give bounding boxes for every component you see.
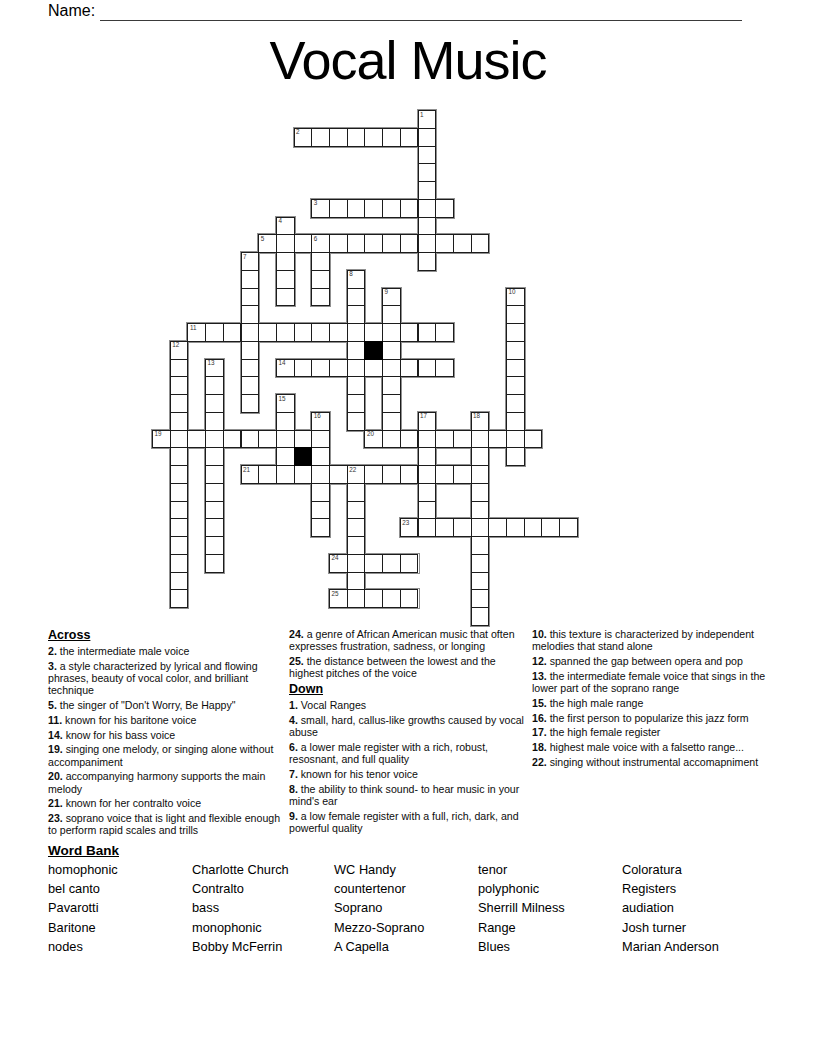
grid-cell-r25c10[interactable]: 24	[329, 554, 348, 573]
clue-a11: 11. known for his baritone voice	[48, 714, 284, 726]
grid-cell-r10c9[interactable]	[311, 288, 330, 307]
grid-cell-r22c18[interactable]	[471, 501, 490, 520]
grid-cell-r20c5[interactable]: 21	[241, 465, 260, 484]
clue-number: 17.	[532, 726, 547, 738]
grid-cell-r23c17[interactable]	[453, 518, 472, 537]
word-bank-word: monophonic	[192, 918, 334, 937]
grid-cell-r7c15[interactable]	[418, 234, 437, 253]
grid-cell-r14c14[interactable]	[400, 359, 419, 378]
grid-cell-r6c15[interactable]	[418, 217, 437, 236]
crossword-grid: 1234567891011121314151617181920212223242…	[152, 110, 578, 626]
grid-cell-r14c15[interactable]	[418, 359, 437, 378]
clue-d6: 6. a lower male register with a rich, ro…	[289, 741, 529, 765]
grid-cell-r20c13[interactable]	[382, 465, 401, 484]
grid-cell-r16c11[interactable]	[347, 394, 366, 413]
word-bank-word: polyphonic	[478, 879, 622, 898]
grid-cell-r11c5[interactable]	[241, 305, 260, 324]
cell-number-14: 14	[278, 360, 285, 367]
clue-d22: 22. singing without instrumental accomap…	[532, 756, 772, 768]
clue-number: 16.	[532, 712, 547, 724]
grid-cell-r2c15[interactable]	[418, 146, 437, 165]
grid-cell-r25c1[interactable]	[170, 554, 189, 573]
clue-number: 19.	[48, 743, 63, 755]
grid-cell-r23c23[interactable]	[559, 518, 578, 537]
clue-number: 24.	[289, 628, 304, 640]
grid-cell-r15c3[interactable]	[205, 376, 224, 395]
word-bank-word: Mezzo-Soprano	[334, 918, 478, 937]
grid-cell-r17c20[interactable]	[506, 412, 525, 431]
grid-cell-r15c13[interactable]	[382, 376, 401, 395]
word-bank-column: WC HandycountertenorSopranoMezzo-Soprano…	[334, 860, 478, 956]
grid-cell-r17c7[interactable]	[276, 412, 295, 431]
cell-number-25: 25	[332, 591, 339, 598]
grid-cell-r24c3[interactable]	[205, 536, 224, 555]
cell-number-11: 11	[190, 325, 197, 332]
grid-cell-r27c1[interactable]	[170, 589, 189, 608]
grid-cell-r20c3[interactable]	[205, 465, 224, 484]
grid-cell-r20c9[interactable]	[311, 465, 330, 484]
grid-cell-r12c9[interactable]	[311, 323, 330, 342]
word-bank-word: bass	[192, 898, 334, 917]
cell-number-12: 12	[172, 342, 179, 349]
grid-cell-r19c20[interactable]	[506, 447, 525, 466]
grid-cell-r19c7[interactable]	[276, 447, 295, 466]
grid-cell-r22c3[interactable]	[205, 501, 224, 520]
grid-cell-r19c9[interactable]	[311, 447, 330, 466]
grid-cell-r26c18[interactable]	[471, 572, 490, 591]
word-bank-word: Bobby McFerrin	[192, 937, 334, 956]
clue-number: 6.	[289, 741, 298, 753]
clue-number: 12.	[532, 655, 547, 667]
grid-cell-r18c15[interactable]	[418, 430, 437, 449]
grid-cell-r19c15[interactable]	[418, 447, 437, 466]
clue-number: 5.	[48, 699, 57, 711]
word-bank-word: Charlotte Church	[192, 860, 334, 879]
word-bank-word: bel canto	[48, 879, 192, 898]
grid-cell-r12c7[interactable]	[276, 323, 295, 342]
grid-cell-r20c10[interactable]	[329, 465, 348, 484]
grid-cell-r26c1[interactable]	[170, 572, 189, 591]
grid-cell-r25c14[interactable]	[400, 554, 419, 573]
word-bank-column: homophonicbel cantoPavarottiBaritonenode…	[48, 860, 192, 956]
grid-cell-r5c14[interactable]	[400, 199, 419, 218]
grid-cell-r18c19[interactable]	[488, 430, 507, 449]
grid-cell-r12c20[interactable]	[506, 323, 525, 342]
grid-cell-r22c9[interactable]	[311, 501, 330, 520]
grid-cell-r12c2[interactable]: 11	[187, 323, 206, 342]
grid-cell-r18c0[interactable]: 19	[152, 430, 171, 449]
grid-cell-r17c18[interactable]: 18	[471, 412, 490, 431]
clue-d18: 18. highest male voice with a falsetto r…	[532, 741, 772, 753]
grid-cell-r11c13[interactable]	[382, 305, 401, 324]
grid-cell-r18c1[interactable]	[170, 430, 189, 449]
grid-cell-r25c18[interactable]	[471, 554, 490, 573]
grid-cell-r12c3[interactable]	[205, 323, 224, 342]
grid-cell-r20c12[interactable]	[364, 465, 383, 484]
grid-cell-r10c20[interactable]: 10	[506, 288, 525, 307]
cell-number-8: 8	[349, 271, 353, 278]
cell-number-2: 2	[296, 129, 300, 136]
word-bank-word: WC Handy	[334, 860, 478, 879]
clue-number: 7.	[289, 768, 298, 780]
clue-number: 3.	[48, 660, 57, 672]
grid-cell-r19c1[interactable]	[170, 447, 189, 466]
grid-cell-r18c18[interactable]	[471, 430, 490, 449]
grid-cell-r26c11[interactable]	[347, 572, 366, 591]
word-bank-heading: Word Bank	[48, 843, 119, 858]
word-bank-word: homophonic	[48, 860, 192, 879]
word-bank-word: nodes	[48, 937, 192, 956]
grid-cell-r7c18[interactable]	[471, 234, 490, 253]
grid-cell-r25c13[interactable]	[382, 554, 401, 573]
clue-d7: 7. known for his tenor voice	[289, 768, 529, 780]
grid-cell-r16c13[interactable]	[382, 394, 401, 413]
cell-number-13: 13	[208, 360, 215, 367]
name-blank-line	[100, 20, 742, 21]
clue-column-middle: 24. a genre of African American music th…	[289, 628, 529, 837]
grid-cell-r23c15[interactable]	[418, 518, 437, 537]
grid-cell-r20c14[interactable]	[400, 465, 419, 484]
grid-cell-r24c11[interactable]	[347, 536, 366, 555]
grid-cell-r8c5[interactable]: 7	[241, 252, 260, 271]
cell-number-10: 10	[509, 289, 516, 296]
cell-number-20: 20	[367, 431, 374, 438]
grid-cell-r10c7[interactable]	[276, 288, 295, 307]
grid-cell-r12c13[interactable]	[382, 323, 401, 342]
grid-cell-r7c11[interactable]	[347, 234, 366, 253]
word-bank-word: Blues	[478, 937, 622, 956]
grid-cell-r16c20[interactable]	[506, 394, 525, 413]
grid-cell-r3c15[interactable]	[418, 163, 437, 182]
grid-cell-r1c10[interactable]	[329, 128, 348, 147]
cell-number-15: 15	[278, 396, 285, 403]
clue-d13: 13. the intermediate female voice that s…	[532, 670, 772, 694]
grid-cell-r17c1[interactable]	[170, 412, 189, 431]
grid-cell-r9c11[interactable]: 8	[347, 270, 366, 289]
grid-cell-r20c6[interactable]	[258, 465, 277, 484]
grid-cell-r1c13[interactable]	[382, 128, 401, 147]
cell-number-4: 4	[278, 218, 282, 225]
grid-cell-r27c12[interactable]	[364, 589, 383, 608]
grid-cell-r18c16[interactable]	[435, 430, 454, 449]
grid-cell-r12c14[interactable]	[400, 323, 419, 342]
grid-cell-r18c9[interactable]	[311, 430, 330, 449]
grid-cell-r7c14[interactable]	[400, 234, 419, 253]
grid-cell-r12c10[interactable]	[329, 323, 348, 342]
grid-cell-r7c10[interactable]	[329, 234, 348, 253]
grid-cell-r12c11[interactable]	[347, 323, 366, 342]
grid-cell-r18c3[interactable]	[205, 430, 224, 449]
grid-cell-r23c11[interactable]	[347, 518, 366, 537]
cell-number-19: 19	[155, 431, 162, 438]
grid-cell-r12c15[interactable]	[418, 323, 437, 342]
clue-number: 22.	[532, 756, 547, 768]
grid-cell-r5c10[interactable]	[329, 199, 348, 218]
grid-cell-r17c3[interactable]	[205, 412, 224, 431]
word-bank-column: Charlotte ChurchContraltobassmonophonicB…	[192, 860, 334, 956]
grid-cell-r13c11[interactable]	[347, 341, 366, 360]
grid-cell-r7c17[interactable]	[453, 234, 472, 253]
grid-cell-r25c11[interactable]	[347, 554, 366, 573]
grid-cell-r23c19[interactable]	[488, 518, 507, 537]
cell-number-9: 9	[385, 289, 389, 296]
grid-cell-r15c1[interactable]	[170, 376, 189, 395]
grid-cell-r24c18[interactable]	[471, 536, 490, 555]
grid-cell-r27c14[interactable]	[400, 589, 419, 608]
grid-cell-r14c12[interactable]	[364, 359, 383, 378]
grid-cell-r18c5[interactable]	[241, 430, 260, 449]
cell-number-23: 23	[402, 520, 409, 527]
grid-cell-r21c3[interactable]	[205, 483, 224, 502]
grid-cell-r23c14[interactable]: 23	[400, 518, 419, 537]
grid-cell-r7c12[interactable]	[364, 234, 383, 253]
grid-cell-r1c9[interactable]	[311, 128, 330, 147]
grid-cell-r18c17[interactable]	[453, 430, 472, 449]
grid-cell-r5c13[interactable]	[382, 199, 401, 218]
word-bank-column: ColoraturaRegistersaudiationJosh turnerM…	[622, 860, 772, 956]
grid-cell-r17c9[interactable]: 16	[311, 412, 330, 431]
grid-cell-r21c18[interactable]	[471, 483, 490, 502]
grid-cell-r25c12[interactable]	[364, 554, 383, 573]
grid-cell-r23c18[interactable]	[471, 518, 490, 537]
cell-number-24: 24	[332, 555, 339, 562]
word-bank-word: Coloratura	[622, 860, 772, 879]
cell-number-18: 18	[473, 413, 480, 420]
grid-cell-r8c15[interactable]	[418, 252, 437, 271]
grid-cell-r17c13[interactable]	[382, 412, 401, 431]
clue-number: 8.	[289, 783, 298, 795]
cell-number-3: 3	[314, 200, 318, 207]
grid-cell-r1c12[interactable]	[364, 128, 383, 147]
grid-cell-r25c3[interactable]	[205, 554, 224, 573]
grid-cell-r5c11[interactable]	[347, 199, 366, 218]
grid-cell-r13c13[interactable]	[382, 341, 401, 360]
grid-cell-r23c20[interactable]	[506, 518, 525, 537]
grid-cell-r18c6[interactable]	[258, 430, 277, 449]
clue-d9: 9. a low female register with a full, ri…	[289, 810, 529, 834]
grid-cell-r21c1[interactable]	[170, 483, 189, 502]
grid-cell-r5c12[interactable]	[364, 199, 383, 218]
word-bank-word: Sherrill Milness	[478, 898, 622, 917]
grid-cell-r15c5[interactable]	[241, 376, 260, 395]
cell-number-16: 16	[314, 413, 321, 420]
grid-cell-r1c14[interactable]	[400, 128, 419, 147]
clue-number: 2.	[48, 645, 57, 657]
grid-cell-r14c8[interactable]	[294, 359, 313, 378]
grid-cell-r18c4[interactable]	[223, 430, 242, 449]
clues-heading-down: Down	[289, 682, 529, 696]
grid-cell-r20c11[interactable]: 22	[347, 465, 366, 484]
grid-cell-r14c7[interactable]: 14	[276, 359, 295, 378]
clue-a19: 19. singing one melody, or singing alone…	[48, 743, 284, 767]
grid-cell-r9c5[interactable]	[241, 270, 260, 289]
grid-cell-r12c5[interactable]	[241, 323, 260, 342]
cell-number-22: 22	[349, 467, 356, 474]
grid-cell-r27c13[interactable]	[382, 589, 401, 608]
grid-cell-r22c15[interactable]	[418, 501, 437, 520]
grid-cell-r5c9[interactable]: 3	[311, 199, 330, 218]
grid-cell-r9c9[interactable]	[311, 270, 330, 289]
grid-cell-r5c15[interactable]	[418, 199, 437, 218]
grid-cell-r27c18[interactable]	[471, 589, 490, 608]
grid-cell-r14c13[interactable]	[382, 359, 401, 378]
grid-cell-r18c13[interactable]	[382, 430, 401, 449]
name-label: Name:	[48, 2, 95, 20]
grid-cell-r13c1[interactable]: 12	[170, 341, 189, 360]
clue-a14: 14. know for his bass voice	[48, 729, 284, 741]
grid-cell-r10c5[interactable]	[241, 288, 260, 307]
grid-cell-r14c10[interactable]	[329, 359, 348, 378]
grid-cell-r10c13[interactable]: 9	[382, 288, 401, 307]
grid-cell-r1c11[interactable]	[347, 128, 366, 147]
clue-number: 14.	[48, 729, 63, 741]
grid-cell-r19c18[interactable]	[471, 447, 490, 466]
grid-cell-r18c12[interactable]: 20	[364, 430, 383, 449]
grid-cell-r20c18[interactable]	[471, 465, 490, 484]
grid-cell-r28c18[interactable]	[471, 607, 490, 626]
grid-cell-r23c16[interactable]	[435, 518, 454, 537]
grid-cell-r0c15[interactable]: 1	[418, 110, 437, 129]
clue-number: 18.	[532, 741, 547, 753]
grid-cell-r22c11[interactable]	[347, 501, 366, 520]
grid-cell-r16c1[interactable]	[170, 394, 189, 413]
word-bank-word: Pavarotti	[48, 898, 192, 917]
worksheet-page: Name: Vocal Music 1234567891011121314151…	[0, 0, 816, 1056]
grid-cell-r20c1[interactable]	[170, 465, 189, 484]
grid-cell-r15c11[interactable]	[347, 376, 366, 395]
grid-cell-r20c16[interactable]	[435, 465, 454, 484]
grid-cell-r23c21[interactable]	[524, 518, 543, 537]
grid-cell-r1c15[interactable]	[418, 128, 437, 147]
grid-cell-r7c7[interactable]	[276, 234, 295, 253]
grid-cell-r20c17[interactable]	[453, 465, 472, 484]
grid-cell-r10c11[interactable]	[347, 288, 366, 307]
grid-cell-r16c5[interactable]	[241, 394, 260, 413]
clue-d15: 15. the high male range	[532, 697, 772, 709]
clue-a25: 25. the distance between the lowest and …	[289, 655, 529, 679]
grid-cell-r13c20[interactable]	[506, 341, 525, 360]
grid-cell-r13c5[interactable]	[241, 341, 260, 360]
clue-d8: 8. the ability to think sound- to hear m…	[289, 783, 529, 807]
grid-cell-r11c11[interactable]	[347, 305, 366, 324]
clues-heading-across: Across	[48, 628, 284, 642]
cell-number-6: 6	[314, 236, 318, 243]
clue-d12: 12. spanned the gap between opera and po…	[532, 655, 772, 667]
grid-cell-r7c9[interactable]: 6	[311, 234, 330, 253]
grid-cell-r15c20[interactable]	[506, 376, 525, 395]
grid-cell-r21c11[interactable]	[347, 483, 366, 502]
grid-cell-r20c8[interactable]	[294, 465, 313, 484]
grid-cell-r8c7[interactable]	[276, 252, 295, 271]
grid-cell-r11c20[interactable]	[506, 305, 525, 324]
grid-cell-r23c3[interactable]	[205, 518, 224, 537]
grid-cell-r18c14[interactable]	[400, 430, 419, 449]
grid-cell-r20c15[interactable]	[418, 465, 437, 484]
grid-cell-r14c20[interactable]	[506, 359, 525, 378]
word-bank-word: Marian Anderson	[622, 937, 772, 956]
grid-cell-r7c16[interactable]	[435, 234, 454, 253]
word-bank-column: tenorpolyphonicSherrill MilnessRangeBlue…	[478, 860, 622, 956]
clue-number: 9.	[289, 810, 298, 822]
cell-number-7: 7	[243, 254, 247, 261]
word-bank-word: Registers	[622, 879, 772, 898]
clue-number: 23.	[48, 812, 63, 824]
word-bank-word: Range	[478, 918, 622, 937]
grid-cell-r12c4[interactable]	[223, 323, 242, 342]
grid-cell-r16c7[interactable]: 15	[276, 394, 295, 413]
grid-cell-r14c11[interactable]	[347, 359, 366, 378]
grid-cell-r20c7[interactable]	[276, 465, 295, 484]
grid-cell-r12c16[interactable]	[435, 323, 454, 342]
black-cell	[364, 341, 383, 360]
grid-cell-r18c7[interactable]	[276, 430, 295, 449]
grid-cell-r6c7[interactable]: 4	[276, 217, 295, 236]
grid-cell-r21c15[interactable]	[418, 483, 437, 502]
grid-cell-r18c20[interactable]	[506, 430, 525, 449]
clue-a24: 24. a genre of African American music th…	[289, 628, 529, 652]
grid-cell-r4c15[interactable]	[418, 181, 437, 200]
grid-cell-r14c1[interactable]	[170, 359, 189, 378]
grid-cell-r5c16[interactable]	[435, 199, 454, 218]
clue-a5: 5. the singer of "Don't Worry, Be Happy"	[48, 699, 284, 711]
clue-number: 15.	[532, 697, 547, 709]
grid-cell-r9c7[interactable]	[276, 270, 295, 289]
grid-cell-r12c12[interactable]	[364, 323, 383, 342]
grid-cell-r17c15[interactable]: 17	[418, 412, 437, 431]
grid-cell-r19c3[interactable]	[205, 447, 224, 466]
black-cell	[294, 447, 313, 466]
grid-cell-r16c3[interactable]	[205, 394, 224, 413]
grid-cell-r14c16[interactable]	[435, 359, 454, 378]
word-bank-word: tenor	[478, 860, 622, 879]
clue-a20: 20. accompanying harmony supports the ma…	[48, 770, 284, 794]
grid-cell-r23c22[interactable]	[541, 518, 560, 537]
clue-d1: 1. Vocal Ranges	[289, 699, 529, 711]
grid-cell-r23c9[interactable]	[311, 518, 330, 537]
grid-cell-r7c8[interactable]	[294, 234, 313, 253]
grid-cell-r18c8[interactable]	[294, 430, 313, 449]
grid-cell-r7c6[interactable]: 5	[258, 234, 277, 253]
word-bank-word: countertenor	[334, 879, 478, 898]
grid-cell-r21c9[interactable]	[311, 483, 330, 502]
word-bank-word: Contralto	[192, 879, 334, 898]
grid-cell-r8c9[interactable]	[311, 252, 330, 271]
grid-cell-r14c5[interactable]	[241, 359, 260, 378]
grid-cell-r14c9[interactable]	[311, 359, 330, 378]
page-title: Vocal Music	[0, 33, 816, 87]
grid-cell-r22c1[interactable]	[170, 501, 189, 520]
word-bank-word: A Capella	[334, 937, 478, 956]
grid-cell-r17c11[interactable]	[347, 412, 366, 431]
grid-cell-r12c6[interactable]	[258, 323, 277, 342]
grid-cell-r27c10[interactable]: 25	[329, 589, 348, 608]
clue-a23: 23. soprano voice that is light and flex…	[48, 812, 284, 836]
grid-cell-r7c13[interactable]	[382, 234, 401, 253]
grid-cell-r23c1[interactable]	[170, 518, 189, 537]
grid-cell-r27c11[interactable]	[347, 589, 366, 608]
grid-cell-r12c8[interactable]	[294, 323, 313, 342]
grid-cell-r14c3[interactable]: 13	[205, 359, 224, 378]
clue-column-left: Across2. the intermediate male voice3. a…	[48, 628, 284, 839]
clue-number: 20.	[48, 770, 63, 782]
grid-cell-r18c2[interactable]	[187, 430, 206, 449]
word-bank-word: Baritone	[48, 918, 192, 937]
clue-number: 4.	[289, 714, 298, 726]
grid-cell-r18c21[interactable]	[524, 430, 543, 449]
grid-cell-r24c1[interactable]	[170, 536, 189, 555]
grid-cell-r1c8[interactable]: 2	[294, 128, 313, 147]
word-bank: homophonicbel cantoPavarottiBaritonenode…	[48, 860, 772, 956]
